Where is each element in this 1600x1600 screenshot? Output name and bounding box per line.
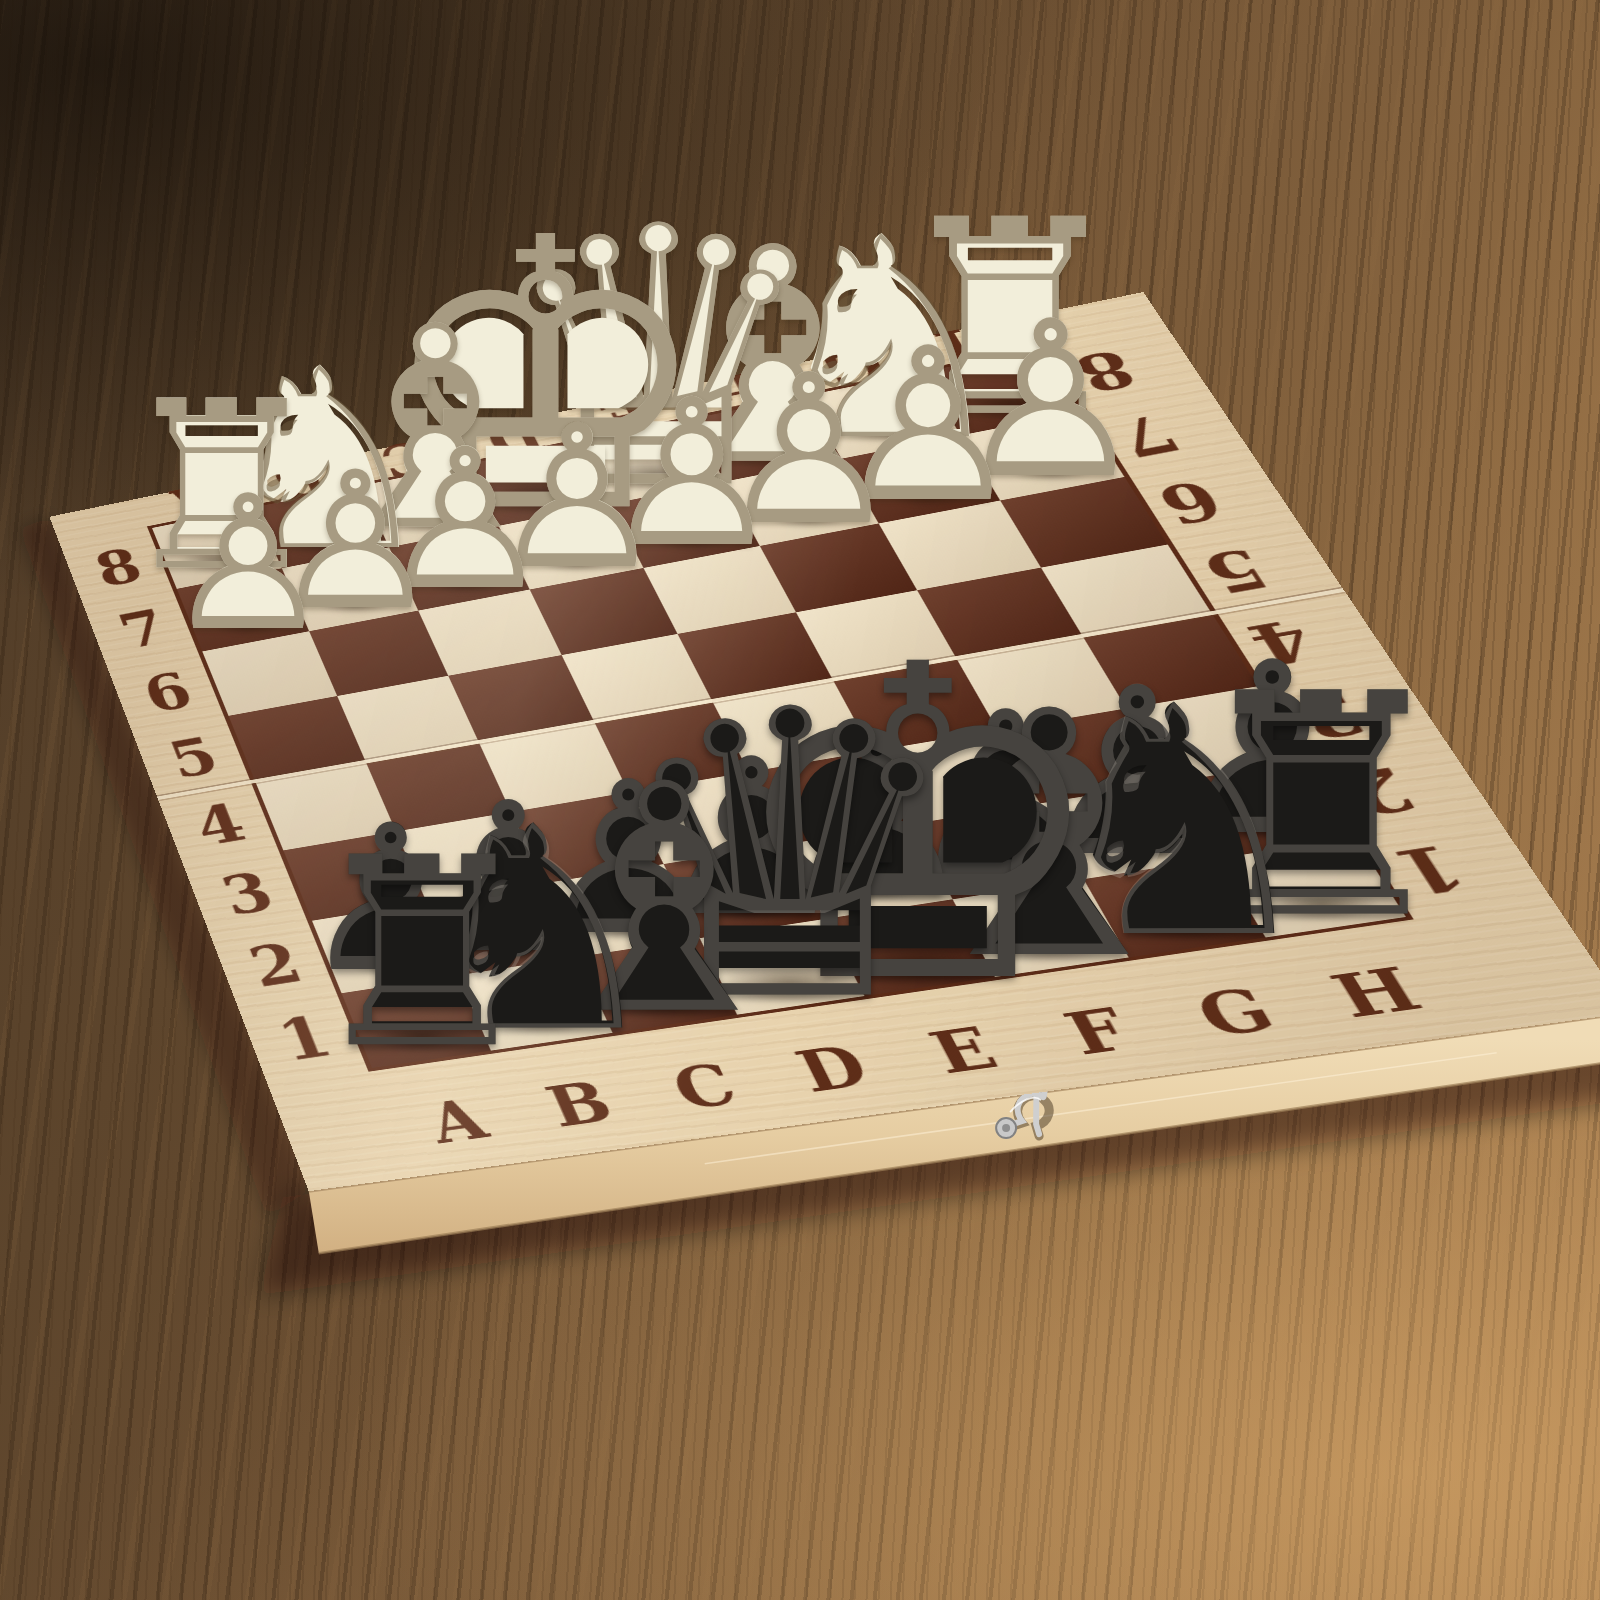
file-label-bottom-h: H bbox=[1319, 954, 1435, 1030]
file-label-bottom-c: C bbox=[662, 1051, 748, 1122]
file-label-bottom-f: F bbox=[1053, 995, 1143, 1067]
rank-label-left-3: 3 bbox=[213, 860, 282, 927]
rank-label-left-8: 8 bbox=[87, 537, 149, 597]
rank-label-left-2: 2 bbox=[240, 930, 311, 999]
file-label-bottom-b: B bbox=[537, 1069, 623, 1140]
rank-label-left-7: 7 bbox=[111, 598, 175, 660]
file-label-bottom-e: E bbox=[919, 1014, 1009, 1086]
file-label-bottom-g: G bbox=[1183, 975, 1287, 1050]
rank-label-left-1: 1 bbox=[269, 1003, 341, 1074]
file-label-bottom-d: D bbox=[786, 1032, 880, 1105]
file-label-bottom-a: A bbox=[418, 1086, 496, 1156]
rank-label-left-4: 4 bbox=[186, 792, 254, 858]
rank-label-left-6: 6 bbox=[135, 661, 200, 724]
rank-label-left-5: 5 bbox=[160, 725, 226, 789]
